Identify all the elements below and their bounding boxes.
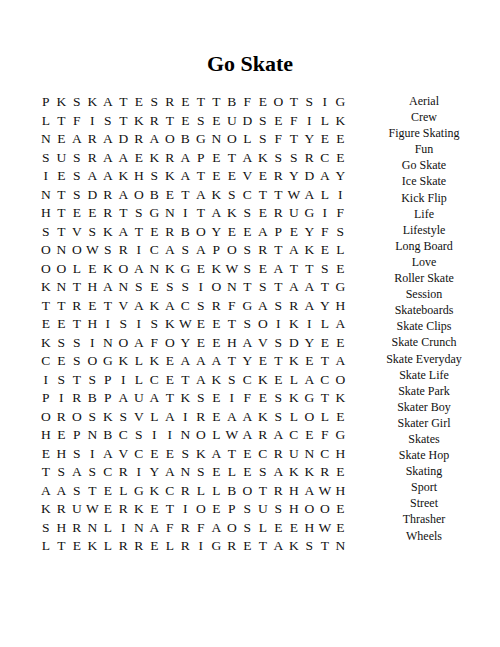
grid-cell[interactable]: L — [69, 260, 85, 279]
grid-cell[interactable]: I — [131, 463, 147, 482]
grid-cell[interactable]: O — [224, 241, 240, 260]
grid-cell[interactable]: E — [317, 334, 333, 353]
grid-cell[interactable]: K — [85, 537, 101, 556]
grid-cell[interactable]: T — [54, 204, 70, 223]
grid-cell[interactable]: P — [38, 93, 54, 112]
grid-cell[interactable]: A — [302, 278, 318, 297]
grid-cell[interactable]: G — [209, 537, 225, 556]
grid-cell[interactable]: A — [209, 519, 225, 538]
grid-cell[interactable]: C — [317, 371, 333, 390]
grid-cell[interactable]: K — [147, 297, 163, 316]
grid-cell[interactable]: S — [116, 315, 132, 334]
grid-cell[interactable]: H — [54, 445, 70, 464]
grid-cell[interactable]: A — [131, 334, 147, 353]
grid-cell[interactable]: I — [131, 241, 147, 260]
grid-cell[interactable]: D — [85, 186, 101, 205]
grid-cell[interactable]: S — [38, 149, 54, 168]
grid-cell[interactable]: L — [100, 537, 116, 556]
grid-cell[interactable]: E — [85, 204, 101, 223]
grid-cell[interactable]: H — [286, 500, 302, 519]
grid-cell[interactable]: E — [193, 315, 209, 334]
grid-cell[interactable]: O — [116, 260, 132, 279]
grid-cell[interactable]: S — [271, 500, 287, 519]
grid-cell[interactable]: R — [209, 297, 225, 316]
grid-cell[interactable]: A — [193, 186, 209, 205]
grid-cell[interactable]: S — [85, 371, 101, 390]
grid-cell[interactable]: O — [38, 408, 54, 427]
grid-cell[interactable]: W — [85, 500, 101, 519]
grid-cell[interactable]: H — [302, 519, 318, 538]
grid-cell[interactable]: W — [85, 241, 101, 260]
grid-cell[interactable]: A — [38, 482, 54, 501]
grid-cell[interactable]: Y — [302, 130, 318, 149]
grid-cell[interactable]: A — [302, 482, 318, 501]
grid-cell[interactable]: S — [69, 167, 85, 186]
grid-cell[interactable]: S — [255, 278, 271, 297]
grid-cell[interactable]: O — [131, 186, 147, 205]
grid-cell[interactable]: E — [54, 426, 70, 445]
grid-cell[interactable]: A — [255, 223, 271, 242]
grid-cell[interactable]: E — [240, 223, 256, 242]
grid-cell[interactable]: E — [147, 445, 163, 464]
grid-cell[interactable]: T — [271, 278, 287, 297]
grid-cell[interactable]: E — [209, 334, 225, 353]
grid-cell[interactable]: K — [286, 537, 302, 556]
grid-cell[interactable]: S — [85, 463, 101, 482]
grid-cell[interactable]: V — [116, 445, 132, 464]
grid-cell[interactable]: T — [255, 537, 271, 556]
grid-cell[interactable]: E — [54, 352, 70, 371]
grid-cell[interactable]: R — [69, 389, 85, 408]
grid-cell[interactable]: O — [302, 408, 318, 427]
grid-cell[interactable]: E — [193, 260, 209, 279]
grid-cell[interactable]: S — [178, 278, 194, 297]
grid-cell[interactable]: N — [116, 278, 132, 297]
grid-cell[interactable]: K — [54, 93, 70, 112]
grid-cell[interactable]: S — [100, 241, 116, 260]
grid-cell[interactable]: E — [147, 500, 163, 519]
grid-cell[interactable]: E — [255, 167, 271, 186]
grid-cell[interactable]: K — [38, 278, 54, 297]
grid-cell[interactable]: T — [38, 463, 54, 482]
grid-cell[interactable]: C — [147, 241, 163, 260]
grid-cell[interactable]: L — [240, 130, 256, 149]
grid-cell[interactable]: A — [100, 167, 116, 186]
grid-cell[interactable]: W — [286, 186, 302, 205]
grid-cell[interactable]: P — [209, 241, 225, 260]
grid-cell[interactable]: E — [162, 371, 178, 390]
grid-cell[interactable]: U — [54, 149, 70, 168]
grid-cell[interactable]: G — [193, 130, 209, 149]
grid-cell[interactable]: A — [116, 389, 132, 408]
grid-cell[interactable]: E — [131, 149, 147, 168]
grid-cell[interactable]: C — [286, 426, 302, 445]
grid-cell[interactable]: S — [240, 260, 256, 279]
grid-cell[interactable]: G — [333, 93, 349, 112]
grid-cell[interactable]: S — [69, 445, 85, 464]
grid-cell[interactable]: R — [317, 463, 333, 482]
grid-cell[interactable]: B — [224, 482, 240, 501]
grid-cell[interactable]: K — [255, 371, 271, 390]
grid-cell[interactable]: N — [178, 463, 194, 482]
grid-cell[interactable]: A — [271, 426, 287, 445]
grid-cell[interactable]: S — [69, 334, 85, 353]
grid-cell[interactable]: T — [224, 149, 240, 168]
grid-cell[interactable]: R — [85, 149, 101, 168]
grid-cell[interactable]: N — [178, 426, 194, 445]
grid-cell[interactable]: L — [317, 408, 333, 427]
grid-cell[interactable]: S — [147, 315, 163, 334]
grid-cell[interactable]: S — [302, 93, 318, 112]
grid-cell[interactable]: O — [302, 500, 318, 519]
grid-cell[interactable]: R — [255, 426, 271, 445]
grid-cell[interactable]: Y — [302, 334, 318, 353]
grid-cell[interactable]: E — [333, 408, 349, 427]
grid-cell[interactable]: T — [302, 260, 318, 279]
grid-cell[interactable]: A — [131, 297, 147, 316]
grid-cell[interactable]: L — [224, 463, 240, 482]
grid-cell[interactable]: A — [54, 482, 70, 501]
grid-cell[interactable]: L — [116, 482, 132, 501]
grid-cell[interactable]: K — [131, 500, 147, 519]
grid-cell[interactable]: N — [147, 260, 163, 279]
grid-cell[interactable]: R — [116, 500, 132, 519]
grid-cell[interactable]: A — [100, 278, 116, 297]
grid-cell[interactable]: T — [116, 93, 132, 112]
grid-cell[interactable]: P — [69, 426, 85, 445]
grid-cell[interactable]: P — [271, 223, 287, 242]
grid-cell[interactable]: H — [333, 482, 349, 501]
grid-cell[interactable]: O — [333, 371, 349, 390]
grid-cell[interactable]: S — [147, 93, 163, 112]
grid-cell[interactable]: A — [100, 445, 116, 464]
grid-cell[interactable]: W — [317, 482, 333, 501]
grid-cell[interactable]: S — [131, 278, 147, 297]
grid-cell[interactable]: E — [271, 112, 287, 131]
grid-cell[interactable]: E — [131, 93, 147, 112]
grid-cell[interactable]: S — [38, 223, 54, 242]
grid-cell[interactable]: C — [131, 445, 147, 464]
grid-cell[interactable]: O — [240, 482, 256, 501]
grid-cell[interactable]: A — [302, 297, 318, 316]
grid-cell[interactable]: T — [85, 482, 101, 501]
grid-cell[interactable]: B — [178, 223, 194, 242]
grid-cell[interactable]: E — [162, 186, 178, 205]
grid-cell[interactable]: R — [116, 463, 132, 482]
grid-cell[interactable]: T — [54, 186, 70, 205]
grid-cell[interactable]: E — [54, 315, 70, 334]
grid-cell[interactable]: G — [302, 389, 318, 408]
grid-cell[interactable]: H — [131, 167, 147, 186]
grid-cell[interactable]: N — [100, 334, 116, 353]
grid-cell[interactable]: P — [193, 149, 209, 168]
grid-cell[interactable]: R — [286, 297, 302, 316]
grid-cell[interactable]: O — [255, 315, 271, 334]
grid-cell[interactable]: A — [69, 130, 85, 149]
grid-cell[interactable]: G — [178, 260, 194, 279]
grid-cell[interactable]: S — [240, 500, 256, 519]
grid-cell[interactable]: R — [271, 482, 287, 501]
grid-cell[interactable]: C — [116, 426, 132, 445]
grid-cell[interactable]: N — [85, 519, 101, 538]
grid-cell[interactable]: A — [162, 408, 178, 427]
grid-cell[interactable]: U — [69, 500, 85, 519]
grid-cell[interactable]: A — [255, 297, 271, 316]
grid-cell[interactable]: N — [38, 186, 54, 205]
grid-cell[interactable]: T — [317, 352, 333, 371]
grid-cell[interactable]: C — [317, 149, 333, 168]
grid-cell[interactable]: K — [209, 260, 225, 279]
grid-cell[interactable]: L — [286, 408, 302, 427]
grid-cell[interactable]: K — [286, 352, 302, 371]
grid-cell[interactable]: P — [224, 500, 240, 519]
grid-cell[interactable]: E — [209, 389, 225, 408]
grid-cell[interactable]: S — [271, 408, 287, 427]
grid-cell[interactable]: I — [178, 500, 194, 519]
grid-cell[interactable]: A — [240, 408, 256, 427]
grid-cell[interactable]: T — [69, 371, 85, 390]
grid-cell[interactable]: L — [162, 537, 178, 556]
grid-cell[interactable]: E — [209, 112, 225, 131]
grid-cell[interactable]: E — [209, 500, 225, 519]
grid-cell[interactable]: R — [147, 112, 163, 131]
grid-cell[interactable]: S — [54, 463, 70, 482]
grid-cell[interactable]: A — [162, 297, 178, 316]
grid-cell[interactable]: T — [317, 537, 333, 556]
grid-cell[interactable]: S — [147, 167, 163, 186]
grid-cell[interactable]: R — [162, 149, 178, 168]
grid-cell[interactable]: L — [131, 352, 147, 371]
grid-cell[interactable]: K — [209, 186, 225, 205]
grid-cell[interactable]: O — [116, 334, 132, 353]
grid-cell[interactable]: I — [116, 519, 132, 538]
grid-cell[interactable]: F — [271, 130, 287, 149]
grid-cell[interactable]: O — [162, 334, 178, 353]
grid-cell[interactable]: B — [100, 426, 116, 445]
grid-cell[interactable]: S — [162, 278, 178, 297]
grid-cell[interactable]: S — [224, 186, 240, 205]
grid-cell[interactable]: L — [286, 371, 302, 390]
grid-cell[interactable]: K — [286, 315, 302, 334]
grid-cell[interactable]: S — [85, 408, 101, 427]
grid-cell[interactable]: S — [240, 204, 256, 223]
grid-cell[interactable]: W — [178, 315, 194, 334]
grid-cell[interactable]: Y — [147, 463, 163, 482]
grid-cell[interactable]: Y — [240, 352, 256, 371]
grid-cell[interactable]: S — [286, 149, 302, 168]
grid-cell[interactable]: S — [69, 482, 85, 501]
grid-cell[interactable]: R — [224, 537, 240, 556]
grid-cell[interactable]: E — [209, 463, 225, 482]
grid-cell[interactable]: E — [255, 352, 271, 371]
grid-cell[interactable]: F — [286, 112, 302, 131]
grid-cell[interactable]: K — [333, 112, 349, 131]
grid-cell[interactable]: E — [38, 445, 54, 464]
grid-cell[interactable]: A — [178, 149, 194, 168]
grid-cell[interactable]: A — [162, 241, 178, 260]
grid-cell[interactable]: I — [317, 204, 333, 223]
grid-cell[interactable]: S — [255, 130, 271, 149]
grid-cell[interactable]: K — [286, 389, 302, 408]
grid-cell[interactable]: I — [178, 408, 194, 427]
grid-cell[interactable]: T — [193, 93, 209, 112]
grid-cell[interactable]: E — [54, 130, 70, 149]
grid-cell[interactable]: S — [240, 519, 256, 538]
grid-cell[interactable]: E — [69, 204, 85, 223]
grid-cell[interactable]: K — [147, 482, 163, 501]
grid-cell[interactable]: E — [209, 149, 225, 168]
grid-cell[interactable]: H — [38, 204, 54, 223]
grid-cell[interactable]: U — [224, 112, 240, 131]
grid-cell[interactable]: O — [224, 130, 240, 149]
grid-cell[interactable]: S — [100, 112, 116, 131]
grid-cell[interactable]: K — [131, 112, 147, 131]
grid-cell[interactable]: T — [317, 278, 333, 297]
grid-cell[interactable]: R — [54, 500, 70, 519]
grid-cell[interactable]: H — [85, 278, 101, 297]
grid-cell[interactable]: O — [38, 260, 54, 279]
grid-cell[interactable]: I — [38, 371, 54, 390]
grid-cell[interactable]: B — [85, 389, 101, 408]
grid-cell[interactable]: E — [255, 260, 271, 279]
grid-cell[interactable]: R — [178, 519, 194, 538]
grid-cell[interactable]: E — [162, 445, 178, 464]
grid-cell[interactable]: L — [147, 408, 163, 427]
grid-cell[interactable]: S — [54, 334, 70, 353]
grid-cell[interactable]: E — [286, 519, 302, 538]
grid-cell[interactable]: R — [131, 537, 147, 556]
grid-cell[interactable]: E — [286, 223, 302, 242]
grid-cell[interactable]: G — [100, 352, 116, 371]
grid-cell[interactable]: C — [100, 463, 116, 482]
grid-cell[interactable]: E — [209, 315, 225, 334]
grid-cell[interactable]: A — [209, 204, 225, 223]
grid-cell[interactable]: H — [333, 445, 349, 464]
grid-cell[interactable]: A — [131, 260, 147, 279]
grid-cell[interactable]: A — [209, 352, 225, 371]
grid-cell[interactable]: A — [178, 167, 194, 186]
grid-cell[interactable]: D — [116, 130, 132, 149]
grid-cell[interactable]: R — [116, 241, 132, 260]
grid-cell[interactable]: L — [317, 315, 333, 334]
grid-cell[interactable]: A — [271, 537, 287, 556]
grid-cell[interactable]: E — [333, 130, 349, 149]
grid-cell[interactable]: K — [333, 389, 349, 408]
grid-cell[interactable]: F — [69, 112, 85, 131]
grid-cell[interactable]: T — [286, 93, 302, 112]
grid-cell[interactable]: E — [100, 500, 116, 519]
grid-cell[interactable]: H — [38, 426, 54, 445]
grid-cell[interactable]: C — [317, 445, 333, 464]
grid-cell[interactable]: E — [85, 297, 101, 316]
grid-cell[interactable]: G — [333, 278, 349, 297]
grid-cell[interactable]: R — [100, 204, 116, 223]
grid-cell[interactable]: T — [193, 204, 209, 223]
grid-cell[interactable]: C — [38, 352, 54, 371]
grid-cell[interactable]: T — [255, 186, 271, 205]
grid-cell[interactable]: E — [178, 112, 194, 131]
grid-cell[interactable]: R — [302, 149, 318, 168]
grid-cell[interactable]: K — [38, 500, 54, 519]
grid-cell[interactable]: A — [147, 519, 163, 538]
grid-cell[interactable]: T — [224, 315, 240, 334]
grid-cell[interactable]: I — [131, 315, 147, 334]
grid-cell[interactable]: C — [162, 482, 178, 501]
grid-cell[interactable]: P — [100, 371, 116, 390]
grid-cell[interactable]: T — [38, 297, 54, 316]
grid-cell[interactable]: N — [54, 278, 70, 297]
grid-cell[interactable]: T — [54, 297, 70, 316]
grid-cell[interactable]: C — [240, 186, 256, 205]
grid-cell[interactable]: N — [224, 278, 240, 297]
grid-cell[interactable]: U — [286, 204, 302, 223]
grid-cell[interactable]: S — [317, 260, 333, 279]
grid-cell[interactable]: E — [147, 223, 163, 242]
grid-cell[interactable]: I — [116, 371, 132, 390]
grid-cell[interactable]: I — [193, 278, 209, 297]
grid-cell[interactable]: K — [100, 223, 116, 242]
grid-cell[interactable]: T — [54, 537, 70, 556]
grid-cell[interactable]: S — [240, 241, 256, 260]
grid-cell[interactable]: I — [271, 315, 287, 334]
grid-cell[interactable]: V — [255, 334, 271, 353]
grid-cell[interactable]: A — [100, 130, 116, 149]
grid-cell[interactable]: A — [100, 93, 116, 112]
grid-cell[interactable]: S — [85, 223, 101, 242]
grid-cell[interactable]: E — [209, 408, 225, 427]
grid-cell[interactable]: E — [178, 93, 194, 112]
grid-cell[interactable]: O — [271, 93, 287, 112]
grid-cell[interactable]: B — [178, 130, 194, 149]
grid-cell[interactable]: E — [317, 241, 333, 260]
grid-cell[interactable]: P — [100, 389, 116, 408]
grid-cell[interactable]: C — [147, 371, 163, 390]
grid-cell[interactable]: A — [302, 186, 318, 205]
grid-cell[interactable]: O — [38, 241, 54, 260]
grid-cell[interactable]: K — [100, 408, 116, 427]
grid-cell[interactable]: I — [302, 112, 318, 131]
grid-cell[interactable]: H — [54, 519, 70, 538]
grid-cell[interactable]: L — [100, 519, 116, 538]
grid-cell[interactable]: A — [240, 426, 256, 445]
grid-cell[interactable]: T — [255, 482, 271, 501]
grid-cell[interactable]: T — [178, 371, 194, 390]
grid-cell[interactable]: O — [209, 278, 225, 297]
grid-cell[interactable]: T — [116, 204, 132, 223]
grid-cell[interactable]: S — [255, 112, 271, 131]
grid-cell[interactable]: S — [193, 389, 209, 408]
grid-cell[interactable]: D — [302, 167, 318, 186]
grid-cell[interactable]: T — [240, 278, 256, 297]
grid-cell[interactable]: S — [54, 371, 70, 390]
grid-cell[interactable]: E — [255, 93, 271, 112]
grid-cell[interactable]: S — [69, 186, 85, 205]
grid-cell[interactable]: L — [209, 482, 225, 501]
grid-cell[interactable]: F — [333, 204, 349, 223]
grid-cell[interactable]: T — [178, 186, 194, 205]
grid-cell[interactable]: I — [100, 315, 116, 334]
grid-cell[interactable]: K — [85, 93, 101, 112]
grid-cell[interactable]: O — [54, 260, 70, 279]
grid-cell[interactable]: T — [69, 315, 85, 334]
grid-cell[interactable]: U — [286, 445, 302, 464]
grid-cell[interactable]: N — [162, 204, 178, 223]
grid-cell[interactable]: C — [255, 445, 271, 464]
grid-cell[interactable]: U — [131, 389, 147, 408]
grid-cell[interactable]: S — [178, 241, 194, 260]
grid-cell[interactable]: T — [162, 500, 178, 519]
grid-cell[interactable]: E — [271, 371, 287, 390]
